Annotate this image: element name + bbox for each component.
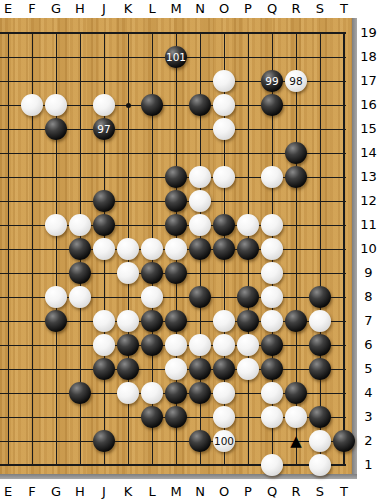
row-label: 18: [357, 49, 380, 65]
white-stone: [69, 286, 91, 308]
black-stone: [261, 94, 283, 116]
white-stone: [285, 406, 307, 428]
black-stone: 97: [93, 118, 115, 140]
column-label-bottom: F: [23, 484, 41, 500]
black-stone: 101: [165, 46, 187, 68]
row-label: 3: [357, 409, 380, 425]
column-label-bottom: T: [335, 484, 353, 500]
black-stone: [45, 310, 67, 332]
white-stone: [213, 70, 235, 92]
black-stone: [69, 382, 91, 404]
column-label-bottom: Q: [263, 484, 281, 500]
black-stone: [141, 334, 163, 356]
black-stone: [213, 214, 235, 236]
column-label-bottom: S: [311, 484, 329, 500]
row-label: 7: [357, 313, 380, 329]
white-stone: [261, 286, 283, 308]
black-stone: [93, 190, 115, 212]
black-stone: 99: [261, 70, 283, 92]
white-stone: [261, 238, 283, 260]
white-stone: [213, 118, 235, 140]
row-label: 6: [357, 337, 380, 353]
white-stone: [213, 94, 235, 116]
white-stone: [189, 190, 211, 212]
row-label: 1: [357, 457, 380, 473]
white-stone: [93, 310, 115, 332]
grid-line-horizontal: [0, 464, 346, 466]
column-label-top: J: [95, 1, 113, 17]
black-stone: [261, 334, 283, 356]
row-label: 15: [357, 121, 380, 137]
column-label-bottom: E: [0, 484, 17, 500]
white-stone: [189, 166, 211, 188]
column-label-top: K: [119, 1, 137, 17]
white-stone: [69, 214, 91, 236]
black-stone: [189, 286, 211, 308]
row-label: 17: [357, 73, 380, 89]
white-stone: [309, 430, 331, 452]
white-stone: [165, 358, 187, 380]
black-stone: [309, 406, 331, 428]
white-stone: [237, 334, 259, 356]
white-stone: [261, 406, 283, 428]
black-stone: [165, 406, 187, 428]
white-stone: [189, 334, 211, 356]
black-stone: [189, 430, 211, 452]
white-stone: [237, 214, 259, 236]
white-stone: [165, 238, 187, 260]
white-stone: [21, 94, 43, 116]
white-stone: [261, 214, 283, 236]
black-stone: [141, 262, 163, 284]
column-label-bottom: O: [215, 484, 233, 500]
white-stone: [213, 406, 235, 428]
black-stone: [309, 358, 331, 380]
column-label-top: S: [311, 1, 329, 17]
black-stone: [285, 142, 307, 164]
white-stone: [141, 382, 163, 404]
go-board-app: EEFFGGHHJJKKLLMMNNOOPPQQRRSSTT1918171615…: [0, 0, 380, 500]
black-stone: [189, 382, 211, 404]
column-label-bottom: J: [95, 484, 113, 500]
black-stone: [93, 430, 115, 452]
column-label-bottom: L: [143, 484, 161, 500]
white-stone: [213, 334, 235, 356]
black-stone: [93, 358, 115, 380]
column-label-bottom: P: [239, 484, 257, 500]
row-label: 13: [357, 169, 380, 185]
black-stone: [165, 166, 187, 188]
white-stone: [93, 334, 115, 356]
white-stone: [141, 286, 163, 308]
white-stone: [117, 382, 139, 404]
white-stone: [117, 310, 139, 332]
black-stone: [165, 262, 187, 284]
white-stone: [261, 262, 283, 284]
grid-line-horizontal: [0, 32, 346, 34]
black-stone: [189, 94, 211, 116]
black-stone: [165, 190, 187, 212]
row-label: 19: [357, 25, 380, 41]
white-stone: [45, 94, 67, 116]
row-label: 16: [357, 97, 380, 113]
row-label: 2: [357, 433, 380, 449]
column-label-top: R: [287, 1, 305, 17]
grid-line-vertical: [8, 32, 9, 466]
black-stone: [261, 358, 283, 380]
black-stone: [237, 238, 259, 260]
black-stone: [213, 358, 235, 380]
black-stone: [69, 262, 91, 284]
black-stone: [165, 382, 187, 404]
black-stone: [213, 238, 235, 260]
white-stone: [141, 238, 163, 260]
black-stone: [141, 406, 163, 428]
star-point: [126, 103, 131, 108]
white-stone: [309, 310, 331, 332]
black-stone: [189, 238, 211, 260]
black-stone: [237, 286, 259, 308]
column-label-top: H: [71, 1, 89, 17]
column-label-top: L: [143, 1, 161, 17]
white-stone: [261, 166, 283, 188]
column-label-top: Q: [263, 1, 281, 17]
grid-line-vertical: [343, 32, 345, 466]
white-stone: [189, 214, 211, 236]
column-label-top: O: [215, 1, 233, 17]
black-stone: [165, 214, 187, 236]
column-label-bottom: R: [287, 484, 305, 500]
black-stone: [285, 382, 307, 404]
board-edge-shadow-bottom: [0, 474, 357, 479]
black-stone: [333, 430, 355, 452]
black-stone: [69, 238, 91, 260]
black-stone: [117, 358, 139, 380]
row-label: 14: [357, 145, 380, 161]
column-label-bottom: M: [167, 484, 185, 500]
white-stone: [213, 166, 235, 188]
white-stone: [45, 286, 67, 308]
triangle-marker: ▲: [284, 429, 308, 453]
black-stone: [141, 94, 163, 116]
white-stone: [213, 310, 235, 332]
black-stone: [285, 166, 307, 188]
column-label-top: T: [335, 1, 353, 17]
white-stone: [117, 262, 139, 284]
black-stone: [189, 358, 211, 380]
row-label: 11: [357, 217, 380, 233]
column-label-bottom: K: [119, 484, 137, 500]
column-label-top: G: [47, 1, 65, 17]
row-label: 4: [357, 385, 380, 401]
row-label: 5: [357, 361, 380, 377]
black-stone: [285, 310, 307, 332]
white-stone: [117, 238, 139, 260]
row-label: 9: [357, 265, 380, 281]
white-stone: [213, 382, 235, 404]
row-label: 12: [357, 193, 380, 209]
black-stone: [165, 310, 187, 332]
white-stone: [261, 382, 283, 404]
column-label-bottom: N: [191, 484, 209, 500]
white-stone: 100: [213, 430, 235, 452]
white-stone: [93, 94, 115, 116]
column-label-top: P: [239, 1, 257, 17]
white-stone: [237, 358, 259, 380]
column-label-top: E: [0, 1, 17, 17]
row-label: 10: [357, 241, 380, 257]
white-stone: [261, 454, 283, 476]
grid-line-vertical: [320, 32, 321, 466]
black-stone: [141, 310, 163, 332]
column-label-top: F: [23, 1, 41, 17]
black-stone: [237, 310, 259, 332]
black-stone: [309, 334, 331, 356]
white-stone: [165, 334, 187, 356]
black-stone: [309, 286, 331, 308]
white-stone: [309, 454, 331, 476]
white-stone: [261, 310, 283, 332]
column-label-bottom: G: [47, 484, 65, 500]
black-stone: [117, 334, 139, 356]
white-stone: 98: [285, 70, 307, 92]
row-label: 8: [357, 289, 380, 305]
white-stone: [93, 238, 115, 260]
column-label-bottom: H: [71, 484, 89, 500]
black-stone: [93, 214, 115, 236]
column-label-top: M: [167, 1, 185, 17]
white-stone: [45, 214, 67, 236]
black-stone: [45, 118, 67, 140]
column-label-top: N: [191, 1, 209, 17]
